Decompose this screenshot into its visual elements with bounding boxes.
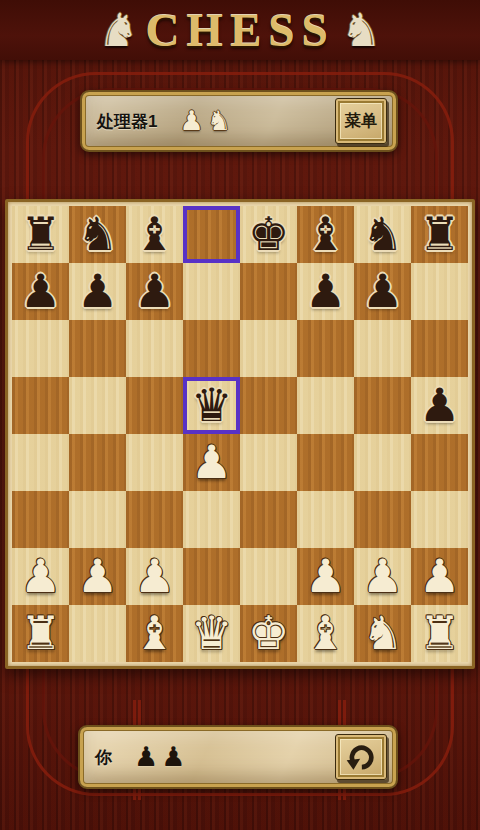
square-b7[interactable]: ♟: [69, 263, 126, 320]
square-a3[interactable]: [12, 491, 69, 548]
piece-white-king: ♚: [248, 610, 289, 656]
square-f3[interactable]: [297, 491, 354, 548]
square-g6[interactable]: [354, 320, 411, 377]
square-a8[interactable]: ♜: [12, 206, 69, 263]
square-d8[interactable]: [183, 206, 240, 263]
piece-black-pawn: ♟: [20, 268, 61, 314]
square-f4[interactable]: [297, 434, 354, 491]
square-a4[interactable]: [12, 434, 69, 491]
piece-white-pawn: ♟: [419, 553, 460, 599]
square-f2[interactable]: ♟: [297, 548, 354, 605]
square-b8[interactable]: ♞: [69, 206, 126, 263]
square-h7[interactable]: [411, 263, 468, 320]
piece-white-queen: ♛: [191, 610, 232, 656]
square-h5[interactable]: ♟: [411, 377, 468, 434]
square-h4[interactable]: [411, 434, 468, 491]
captured-white-pawn-icon: ♟: [179, 106, 203, 136]
square-h6[interactable]: [411, 320, 468, 377]
app-title: CHESS: [145, 2, 334, 58]
piece-black-knight: ♞: [362, 211, 403, 257]
square-b6[interactable]: [69, 320, 126, 377]
piece-white-pawn: ♟: [20, 553, 61, 599]
square-c3[interactable]: [126, 491, 183, 548]
square-b4[interactable]: [69, 434, 126, 491]
piece-black-pawn: ♟: [134, 268, 175, 314]
square-c6[interactable]: [126, 320, 183, 377]
square-e3[interactable]: [240, 491, 297, 548]
player-captured-tray: ♟♟: [134, 742, 185, 772]
square-a6[interactable]: [12, 320, 69, 377]
square-a7[interactable]: ♟: [12, 263, 69, 320]
square-g8[interactable]: ♞: [354, 206, 411, 263]
piece-white-pawn: ♟: [362, 553, 403, 599]
square-f1[interactable]: ♝: [297, 605, 354, 662]
captured-black-pawn-icon: ♟: [161, 742, 185, 772]
square-d2[interactable]: [183, 548, 240, 605]
piece-white-pawn: ♟: [305, 553, 346, 599]
square-g2[interactable]: ♟: [354, 548, 411, 605]
player-name: 你: [95, 746, 112, 769]
opponent-name: 处理器1: [97, 110, 157, 133]
piece-black-rook: ♜: [20, 211, 61, 257]
opponent-captured-tray: ♟♞: [179, 106, 230, 136]
piece-black-pawn: ♟: [77, 268, 118, 314]
square-e8[interactable]: ♚: [240, 206, 297, 263]
square-e5[interactable]: [240, 377, 297, 434]
square-g4[interactable]: [354, 434, 411, 491]
square-c4[interactable]: [126, 434, 183, 491]
square-d4[interactable]: ♟: [183, 434, 240, 491]
square-c8[interactable]: ♝: [126, 206, 183, 263]
square-e7[interactable]: [240, 263, 297, 320]
square-f5[interactable]: [297, 377, 354, 434]
square-d6[interactable]: [183, 320, 240, 377]
piece-white-rook: ♜: [419, 610, 460, 656]
knight-icon: ♞: [98, 2, 139, 58]
square-d7[interactable]: [183, 263, 240, 320]
chess-app: ♞ CHESS ♞ 处理器1 ♟♞ 菜单 ♜♞♝♚♝♞♜♟♟♟♟♟♛♟♟♟♟♟♟…: [0, 0, 480, 830]
square-c2[interactable]: ♟: [126, 548, 183, 605]
piece-black-knight: ♞: [77, 211, 118, 257]
captured-white-knight-icon: ♞: [207, 106, 231, 136]
square-h3[interactable]: [411, 491, 468, 548]
square-c5[interactable]: [126, 377, 183, 434]
opponent-bar: 处理器1 ♟♞ 菜单: [80, 90, 398, 152]
square-g3[interactable]: [354, 491, 411, 548]
square-e1[interactable]: ♚: [240, 605, 297, 662]
square-c1[interactable]: ♝: [126, 605, 183, 662]
piece-white-bishop: ♝: [134, 610, 175, 656]
piece-black-queen: ♛: [191, 382, 232, 428]
square-g1[interactable]: ♞: [354, 605, 411, 662]
square-b5[interactable]: [69, 377, 126, 434]
square-a5[interactable]: [12, 377, 69, 434]
square-b2[interactable]: ♟: [69, 548, 126, 605]
piece-black-bishop: ♝: [134, 211, 175, 257]
piece-white-bishop: ♝: [305, 610, 346, 656]
square-f7[interactable]: ♟: [297, 263, 354, 320]
piece-black-pawn: ♟: [305, 268, 346, 314]
piece-white-knight: ♞: [362, 610, 403, 656]
piece-black-bishop: ♝: [305, 211, 346, 257]
square-b1[interactable]: [69, 605, 126, 662]
piece-black-pawn: ♟: [362, 268, 403, 314]
undo-arrow-icon: [344, 741, 378, 773]
square-a1[interactable]: ♜: [12, 605, 69, 662]
knight-icon: ♞: [341, 2, 382, 58]
piece-black-pawn: ♟: [419, 382, 460, 428]
piece-black-rook: ♜: [419, 211, 460, 257]
square-e4[interactable]: [240, 434, 297, 491]
square-e2[interactable]: [240, 548, 297, 605]
piece-white-pawn: ♟: [77, 553, 118, 599]
undo-button[interactable]: [335, 734, 387, 780]
square-b3[interactable]: [69, 491, 126, 548]
square-d1[interactable]: ♛: [183, 605, 240, 662]
square-g5[interactable]: [354, 377, 411, 434]
piece-white-pawn: ♟: [134, 553, 175, 599]
square-e6[interactable]: [240, 320, 297, 377]
board-frame: ♜♞♝♚♝♞♜♟♟♟♟♟♛♟♟♟♟♟♟♟♟♜♝♛♚♝♞♜: [5, 199, 475, 669]
player-bar: 你 ♟♟: [78, 725, 398, 789]
square-f8[interactable]: ♝: [297, 206, 354, 263]
square-d5[interactable]: ♛: [183, 377, 240, 434]
piece-white-pawn: ♟: [191, 439, 232, 485]
menu-button[interactable]: 菜单: [335, 98, 387, 144]
captured-black-pawn-icon: ♟: [134, 742, 158, 772]
title-bar: ♞ CHESS ♞: [0, 0, 480, 60]
square-h2[interactable]: ♟: [411, 548, 468, 605]
square-f6[interactable]: [297, 320, 354, 377]
piece-black-king: ♚: [248, 211, 289, 257]
piece-white-rook: ♜: [20, 610, 61, 656]
square-d3[interactable]: [183, 491, 240, 548]
square-g7[interactable]: ♟: [354, 263, 411, 320]
square-h1[interactable]: ♜: [411, 605, 468, 662]
square-a2[interactable]: ♟: [12, 548, 69, 605]
chess-board: ♜♞♝♚♝♞♜♟♟♟♟♟♛♟♟♟♟♟♟♟♟♜♝♛♚♝♞♜: [12, 206, 468, 662]
square-c7[interactable]: ♟: [126, 263, 183, 320]
square-h8[interactable]: ♜: [411, 206, 468, 263]
